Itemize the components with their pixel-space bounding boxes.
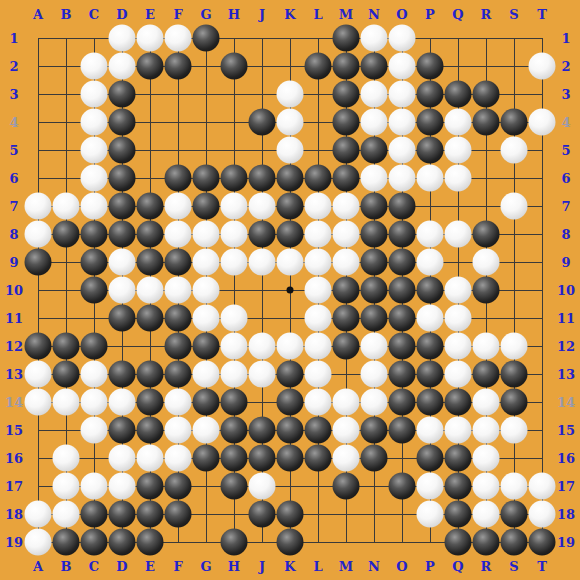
white-stone-H12 [221, 333, 248, 360]
row-label-right-10: 10 [557, 283, 575, 298]
col-label-bottom-O: O [396, 559, 407, 574]
col-label-bottom-T: T [537, 559, 547, 574]
black-stone-G14 [193, 389, 220, 416]
col-label-bottom-A: A [33, 559, 43, 574]
black-stone-F9 [165, 249, 192, 276]
black-stone-S4 [501, 109, 528, 136]
white-stone-J9 [249, 249, 276, 276]
black-stone-L16 [305, 445, 332, 472]
col-label-top-K: K [284, 7, 295, 22]
white-stone-R9 [473, 249, 500, 276]
white-stone-H8 [221, 221, 248, 248]
white-stone-M16 [333, 445, 360, 472]
white-stone-J17 [249, 473, 276, 500]
black-stone-N15 [361, 417, 388, 444]
row-label-left-5: 5 [9, 143, 18, 158]
row-label-left-4: 4 [9, 115, 18, 130]
black-stone-L6 [305, 165, 332, 192]
white-stone-C7 [81, 193, 108, 220]
black-stone-E13 [137, 361, 164, 388]
col-label-top-J: J [259, 7, 265, 22]
col-label-top-F: F [173, 7, 182, 22]
white-stone-Q10 [445, 277, 472, 304]
white-stone-F1 [165, 25, 192, 52]
col-label-bottom-F: F [173, 559, 182, 574]
white-stone-H9 [221, 249, 248, 276]
row-label-left-11: 11 [5, 311, 23, 326]
black-stone-H17 [221, 473, 248, 500]
black-stone-G12 [193, 333, 220, 360]
col-label-top-R: R [481, 7, 492, 22]
row-label-right-11: 11 [557, 311, 575, 326]
white-stone-N4 [361, 109, 388, 136]
col-label-bottom-D: D [116, 559, 127, 574]
row-label-right-14: 14 [557, 395, 575, 410]
black-stone-L15 [305, 417, 332, 444]
black-stone-R13 [473, 361, 500, 388]
row-label-right-4: 4 [561, 115, 570, 130]
white-stone-M7 [333, 193, 360, 220]
black-stone-O17 [389, 473, 416, 500]
black-stone-G6 [193, 165, 220, 192]
col-label-bottom-P: P [425, 559, 435, 574]
black-stone-J18 [249, 501, 276, 528]
white-stone-D17 [109, 473, 136, 500]
black-stone-F6 [165, 165, 192, 192]
white-stone-B7 [53, 193, 80, 220]
black-stone-H14 [221, 389, 248, 416]
col-label-bottom-M: M [339, 559, 353, 574]
col-label-bottom-C: C [89, 559, 99, 574]
white-stone-K4 [277, 109, 304, 136]
black-stone-H19 [221, 529, 248, 556]
white-stone-T4 [529, 109, 556, 136]
black-stone-R19 [473, 529, 500, 556]
row-label-left-18: 18 [5, 507, 23, 522]
col-label-bottom-G: G [200, 559, 211, 574]
black-stone-O11 [389, 305, 416, 332]
row-label-left-13: 13 [5, 367, 23, 382]
row-label-left-7: 7 [9, 199, 18, 214]
white-stone-R14 [473, 389, 500, 416]
white-stone-A14 [25, 389, 52, 416]
col-label-top-O: O [396, 7, 407, 22]
white-stone-B14 [53, 389, 80, 416]
white-stone-B16 [53, 445, 80, 472]
row-label-right-3: 3 [561, 87, 570, 102]
white-stone-A18 [25, 501, 52, 528]
row-label-right-1: 1 [561, 31, 570, 46]
black-stone-O15 [389, 417, 416, 444]
row-label-right-9: 9 [561, 255, 570, 270]
black-stone-N8 [361, 221, 388, 248]
white-stone-P9 [417, 249, 444, 276]
white-stone-F15 [165, 417, 192, 444]
white-stone-H13 [221, 361, 248, 388]
black-stone-N11 [361, 305, 388, 332]
row-label-left-1: 1 [9, 31, 18, 46]
white-stone-P15 [417, 417, 444, 444]
row-label-left-12: 12 [5, 339, 23, 354]
white-stone-A8 [25, 221, 52, 248]
white-stone-G10 [193, 277, 220, 304]
col-label-top-C: C [89, 7, 99, 22]
white-stone-C17 [81, 473, 108, 500]
white-stone-N14 [361, 389, 388, 416]
black-stone-P10 [417, 277, 444, 304]
white-stone-C15 [81, 417, 108, 444]
white-stone-G15 [193, 417, 220, 444]
white-stone-C2 [81, 53, 108, 80]
black-stone-K8 [277, 221, 304, 248]
white-stone-T2 [529, 53, 556, 80]
black-stone-D7 [109, 193, 136, 220]
black-stone-R4 [473, 109, 500, 136]
white-stone-L8 [305, 221, 332, 248]
black-stone-N9 [361, 249, 388, 276]
black-stone-M2 [333, 53, 360, 80]
white-stone-L14 [305, 389, 332, 416]
row-label-left-2: 2 [9, 59, 18, 74]
white-stone-Q15 [445, 417, 472, 444]
black-stone-C9 [81, 249, 108, 276]
black-stone-M11 [333, 305, 360, 332]
black-stone-Q16 [445, 445, 472, 472]
white-stone-L9 [305, 249, 332, 276]
black-stone-P5 [417, 137, 444, 164]
black-stone-E15 [137, 417, 164, 444]
black-stone-G1 [193, 25, 220, 52]
white-stone-R12 [473, 333, 500, 360]
white-stone-P18 [417, 501, 444, 528]
white-stone-C3 [81, 81, 108, 108]
black-stone-A9 [25, 249, 52, 276]
black-stone-Q18 [445, 501, 472, 528]
black-stone-B8 [53, 221, 80, 248]
black-stone-O13 [389, 361, 416, 388]
white-stone-F16 [165, 445, 192, 472]
black-stone-K19 [277, 529, 304, 556]
col-label-top-L: L [313, 7, 322, 22]
white-stone-N12 [361, 333, 388, 360]
black-stone-J6 [249, 165, 276, 192]
black-stone-P13 [417, 361, 444, 388]
white-stone-O2 [389, 53, 416, 80]
col-label-bottom-H: H [228, 559, 240, 574]
white-stone-D9 [109, 249, 136, 276]
black-stone-O7 [389, 193, 416, 220]
black-stone-T19 [529, 529, 556, 556]
white-stone-C13 [81, 361, 108, 388]
black-stone-C10 [81, 277, 108, 304]
white-stone-F8 [165, 221, 192, 248]
white-stone-N13 [361, 361, 388, 388]
white-stone-D1 [109, 25, 136, 52]
row-label-right-6: 6 [561, 171, 570, 186]
white-stone-P8 [417, 221, 444, 248]
col-label-bottom-K: K [284, 559, 295, 574]
white-stone-J12 [249, 333, 276, 360]
white-stone-S15 [501, 417, 528, 444]
white-stone-L11 [305, 305, 332, 332]
col-label-top-N: N [368, 7, 380, 22]
col-label-top-M: M [339, 7, 353, 22]
black-stone-O14 [389, 389, 416, 416]
row-label-right-7: 7 [561, 199, 570, 214]
white-stone-D2 [109, 53, 136, 80]
white-stone-R17 [473, 473, 500, 500]
white-stone-P6 [417, 165, 444, 192]
black-stone-K18 [277, 501, 304, 528]
black-stone-P4 [417, 109, 444, 136]
col-label-bottom-E: E [145, 559, 155, 574]
black-stone-J8 [249, 221, 276, 248]
white-stone-P11 [417, 305, 444, 332]
white-stone-Q11 [445, 305, 472, 332]
black-stone-J4 [249, 109, 276, 136]
black-stone-E19 [137, 529, 164, 556]
white-stone-T17 [529, 473, 556, 500]
black-stone-K16 [277, 445, 304, 472]
black-stone-C8 [81, 221, 108, 248]
black-stone-F18 [165, 501, 192, 528]
white-stone-D14 [109, 389, 136, 416]
black-stone-B12 [53, 333, 80, 360]
white-stone-G13 [193, 361, 220, 388]
white-stone-K9 [277, 249, 304, 276]
white-stone-P17 [417, 473, 444, 500]
row-label-left-14: 14 [5, 395, 23, 410]
col-label-bottom-L: L [313, 559, 322, 574]
row-label-right-15: 15 [557, 423, 575, 438]
black-stone-F11 [165, 305, 192, 332]
black-stone-O10 [389, 277, 416, 304]
black-stone-P2 [417, 53, 444, 80]
white-stone-Q13 [445, 361, 472, 388]
black-stone-H6 [221, 165, 248, 192]
black-stone-B13 [53, 361, 80, 388]
white-stone-O1 [389, 25, 416, 52]
black-stone-F2 [165, 53, 192, 80]
black-stone-F13 [165, 361, 192, 388]
col-label-bottom-B: B [61, 559, 72, 574]
white-stone-K3 [277, 81, 304, 108]
row-label-left-8: 8 [9, 227, 18, 242]
white-stone-Q5 [445, 137, 472, 164]
white-stone-C14 [81, 389, 108, 416]
white-stone-C4 [81, 109, 108, 136]
black-stone-Q19 [445, 529, 472, 556]
white-stone-E16 [137, 445, 164, 472]
black-stone-D3 [109, 81, 136, 108]
white-stone-R18 [473, 501, 500, 528]
col-label-top-A: A [33, 7, 43, 22]
black-stone-L2 [305, 53, 332, 80]
white-stone-R16 [473, 445, 500, 472]
black-stone-S19 [501, 529, 528, 556]
row-label-left-10: 10 [5, 283, 23, 298]
col-label-bottom-J: J [259, 559, 265, 574]
white-stone-O3 [389, 81, 416, 108]
black-stone-D19 [109, 529, 136, 556]
white-stone-E10 [137, 277, 164, 304]
black-stone-P3 [417, 81, 444, 108]
black-stone-M12 [333, 333, 360, 360]
white-stone-F14 [165, 389, 192, 416]
black-stone-D13 [109, 361, 136, 388]
row-label-right-16: 16 [557, 451, 575, 466]
white-stone-O5 [389, 137, 416, 164]
white-stone-Q4 [445, 109, 472, 136]
white-stone-Q8 [445, 221, 472, 248]
black-stone-C19 [81, 529, 108, 556]
white-stone-K5 [277, 137, 304, 164]
white-stone-L10 [305, 277, 332, 304]
black-stone-M3 [333, 81, 360, 108]
row-label-right-13: 13 [557, 367, 575, 382]
black-stone-D6 [109, 165, 136, 192]
row-label-left-16: 16 [5, 451, 23, 466]
white-stone-H7 [221, 193, 248, 220]
black-stone-O12 [389, 333, 416, 360]
black-stone-E14 [137, 389, 164, 416]
black-stone-M4 [333, 109, 360, 136]
white-stone-F7 [165, 193, 192, 220]
row-label-right-19: 19 [557, 535, 575, 550]
black-stone-C12 [81, 333, 108, 360]
black-stone-M6 [333, 165, 360, 192]
black-stone-O9 [389, 249, 416, 276]
row-label-right-2: 2 [561, 59, 570, 74]
row-label-right-5: 5 [561, 143, 570, 158]
black-stone-H2 [221, 53, 248, 80]
black-stone-E17 [137, 473, 164, 500]
black-stone-K15 [277, 417, 304, 444]
white-stone-T18 [529, 501, 556, 528]
black-stone-D18 [109, 501, 136, 528]
black-stone-M17 [333, 473, 360, 500]
col-label-top-G: G [200, 7, 211, 22]
white-stone-C6 [81, 165, 108, 192]
black-stone-E2 [137, 53, 164, 80]
col-label-top-P: P [425, 7, 435, 22]
col-label-top-S: S [509, 7, 518, 22]
white-stone-A13 [25, 361, 52, 388]
white-stone-B18 [53, 501, 80, 528]
white-stone-L7 [305, 193, 332, 220]
white-stone-S17 [501, 473, 528, 500]
black-stone-S14 [501, 389, 528, 416]
white-stone-G8 [193, 221, 220, 248]
black-stone-E18 [137, 501, 164, 528]
hoshi-point [287, 287, 294, 294]
black-stone-E9 [137, 249, 164, 276]
black-stone-J15 [249, 417, 276, 444]
row-label-left-19: 19 [5, 535, 23, 550]
white-stone-Q6 [445, 165, 472, 192]
black-stone-B19 [53, 529, 80, 556]
black-stone-D8 [109, 221, 136, 248]
white-stone-J13 [249, 361, 276, 388]
row-label-right-12: 12 [557, 339, 575, 354]
go-board[interactable]: AABBCCDDEEFFGGHHJJKKLLMMNNOOPPQQRRSSTT11… [0, 0, 580, 580]
black-stone-H16 [221, 445, 248, 472]
white-stone-D10 [109, 277, 136, 304]
white-stone-A19 [25, 529, 52, 556]
white-stone-M9 [333, 249, 360, 276]
white-stone-J7 [249, 193, 276, 220]
white-stone-M14 [333, 389, 360, 416]
black-stone-G16 [193, 445, 220, 472]
black-stone-N7 [361, 193, 388, 220]
white-stone-M15 [333, 417, 360, 444]
white-stone-S12 [501, 333, 528, 360]
black-stone-D11 [109, 305, 136, 332]
white-stone-K12 [277, 333, 304, 360]
black-stone-Q17 [445, 473, 472, 500]
black-stone-D15 [109, 417, 136, 444]
row-label-right-18: 18 [557, 507, 575, 522]
black-stone-S13 [501, 361, 528, 388]
white-stone-R15 [473, 417, 500, 444]
col-label-top-B: B [61, 7, 72, 22]
black-stone-A12 [25, 333, 52, 360]
row-label-left-15: 15 [5, 423, 23, 438]
black-stone-N2 [361, 53, 388, 80]
row-label-left-17: 17 [5, 479, 23, 494]
row-label-right-8: 8 [561, 227, 570, 242]
white-stone-N6 [361, 165, 388, 192]
black-stone-N10 [361, 277, 388, 304]
black-stone-K13 [277, 361, 304, 388]
col-label-bottom-N: N [368, 559, 380, 574]
black-stone-M1 [333, 25, 360, 52]
black-stone-F17 [165, 473, 192, 500]
black-stone-K7 [277, 193, 304, 220]
col-label-bottom-S: S [509, 559, 518, 574]
black-stone-P12 [417, 333, 444, 360]
col-label-bottom-Q: Q [452, 559, 463, 574]
black-stone-H15 [221, 417, 248, 444]
white-stone-L13 [305, 361, 332, 388]
black-stone-N16 [361, 445, 388, 472]
black-stone-G7 [193, 193, 220, 220]
white-stone-B17 [53, 473, 80, 500]
black-stone-K14 [277, 389, 304, 416]
black-stone-O8 [389, 221, 416, 248]
col-label-top-Q: Q [452, 7, 463, 22]
black-stone-E11 [137, 305, 164, 332]
col-label-bottom-R: R [481, 559, 492, 574]
white-stone-A7 [25, 193, 52, 220]
white-stone-C5 [81, 137, 108, 164]
black-stone-E7 [137, 193, 164, 220]
row-label-right-17: 17 [557, 479, 575, 494]
black-stone-M5 [333, 137, 360, 164]
white-stone-H11 [221, 305, 248, 332]
black-stone-E8 [137, 221, 164, 248]
black-stone-F12 [165, 333, 192, 360]
white-stone-G9 [193, 249, 220, 276]
white-stone-S7 [501, 193, 528, 220]
white-stone-O4 [389, 109, 416, 136]
col-label-top-D: D [116, 7, 127, 22]
col-label-top-H: H [228, 7, 240, 22]
white-stone-N1 [361, 25, 388, 52]
white-stone-G11 [193, 305, 220, 332]
black-stone-Q3 [445, 81, 472, 108]
black-stone-K6 [277, 165, 304, 192]
